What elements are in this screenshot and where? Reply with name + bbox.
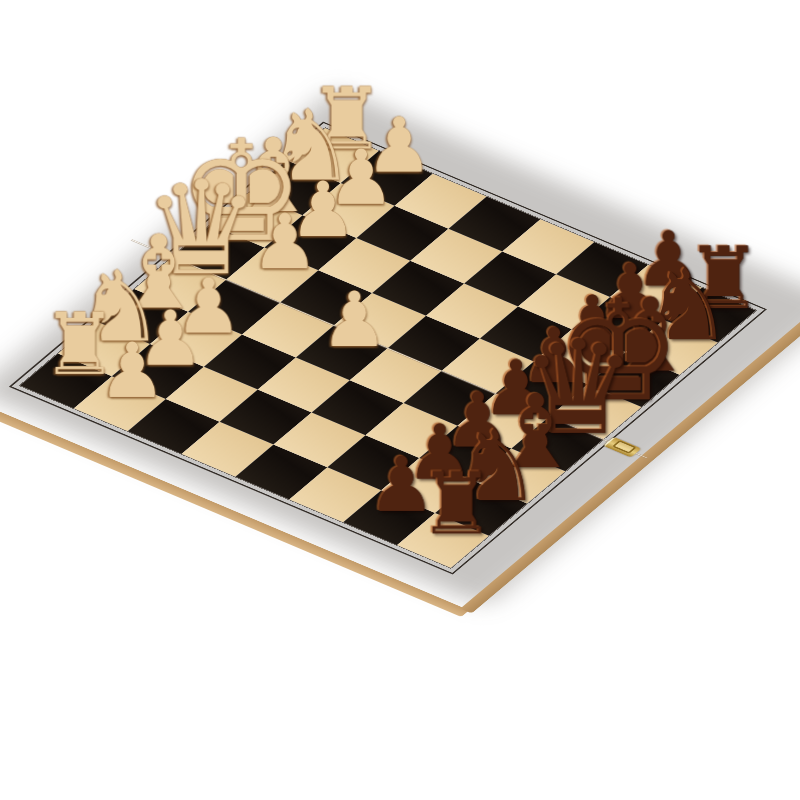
brass-clasp-hook	[612, 440, 637, 454]
chess-board-case: ♜♞♝♛♚♝♞♜♟♟♟♟♟♟♟♟♟♟♟♟♟♟♟♟♜♞♝♛♚♝♞♜	[0, 88, 800, 608]
product-photo-page: { "game": "chess", "scene": { "type": "w…	[0, 0, 800, 800]
chess-board	[20, 128, 756, 568]
